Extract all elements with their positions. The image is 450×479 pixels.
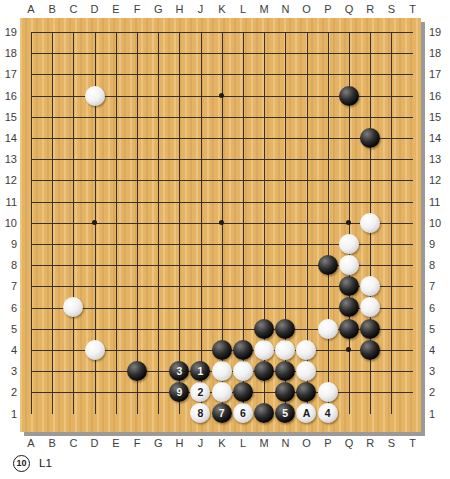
- star-point-D10: [92, 220, 97, 225]
- coord-label: S: [381, 2, 401, 16]
- stone-L4: [233, 340, 253, 360]
- coord-label: 18: [429, 46, 449, 60]
- stone-M1: [254, 403, 274, 423]
- coord-label: T: [403, 436, 423, 450]
- coord-label: F: [127, 2, 147, 16]
- coord-label: D: [85, 2, 105, 16]
- coord-label: 5: [429, 322, 449, 336]
- stone-Q6: [339, 297, 359, 317]
- coord-label: 10: [429, 216, 449, 230]
- stone-N2: [275, 382, 295, 402]
- coord-label: 14: [0, 131, 17, 145]
- coord-label: 5: [0, 322, 17, 336]
- coord-label: R: [360, 436, 380, 450]
- stone-K2: [212, 382, 232, 402]
- coord-label: O: [297, 2, 317, 16]
- coord-label: C: [63, 436, 83, 450]
- coord-label: N: [275, 436, 295, 450]
- stone-M3: [254, 361, 274, 381]
- coord-label: 11: [429, 195, 449, 209]
- stone-O3: [296, 361, 316, 381]
- stone-O4: [296, 340, 316, 360]
- coord-label: 8: [429, 258, 449, 272]
- coord-label: Q: [339, 436, 359, 450]
- coord-label: S: [381, 436, 401, 450]
- coord-label: 19: [429, 25, 449, 39]
- stone-Q9: [339, 234, 359, 254]
- coord-label: 8: [0, 258, 17, 272]
- coord-label: K: [212, 436, 232, 450]
- stone-R5: [360, 319, 380, 339]
- stone-H3: 3: [169, 361, 189, 381]
- coord-label: L: [233, 2, 253, 16]
- coord-label: 1: [0, 407, 17, 421]
- stone-L3: [233, 361, 253, 381]
- coord-label: H: [169, 436, 189, 450]
- coord-label: C: [63, 2, 83, 16]
- star-point-K10: [219, 220, 224, 225]
- coord-label: 4: [429, 343, 449, 357]
- star-point-K16: [219, 93, 224, 98]
- stone-R14: [360, 128, 380, 148]
- stone-P8: [318, 255, 338, 275]
- coord-label: 6: [0, 301, 17, 315]
- move-location-label: L1: [39, 457, 52, 469]
- coord-label: K: [212, 2, 232, 16]
- coord-label: R: [360, 2, 380, 16]
- stone-R10: [360, 213, 380, 233]
- coord-label: 15: [429, 110, 449, 124]
- coord-label: Q: [339, 2, 359, 16]
- coord-label: A: [21, 436, 41, 450]
- coord-label: 19: [0, 25, 17, 39]
- go-kifu-viewer: ABCDEFGHJKLMNOPQRST ABCDEFGHJKLMNOPQRST …: [0, 0, 450, 479]
- stone-D16: [85, 86, 105, 106]
- star-point-Q4: [346, 347, 351, 352]
- coord-label: 12: [0, 173, 17, 187]
- stones-layer: 286A431975: [20, 21, 423, 424]
- coord-label: 2: [429, 385, 449, 399]
- coord-label: G: [148, 2, 168, 16]
- coord-label: 14: [429, 131, 449, 145]
- coord-label: 15: [0, 110, 17, 124]
- coord-label: 11: [0, 195, 17, 209]
- stone-P2: [318, 382, 338, 402]
- coord-label: 3: [429, 364, 449, 378]
- stone-R6: [360, 297, 380, 317]
- coord-label: 2: [0, 385, 17, 399]
- go-board[interactable]: 286A431975: [20, 18, 421, 432]
- coord-label: 3: [0, 364, 17, 378]
- stone-J3: 1: [190, 361, 210, 381]
- coord-label: 9: [429, 237, 449, 251]
- stone-Q7: [339, 276, 359, 296]
- coord-label: 6: [429, 301, 449, 315]
- stone-N1: 5: [275, 403, 295, 423]
- stone-N4: [275, 340, 295, 360]
- star-point-Q10: [346, 220, 351, 225]
- coord-label: 7: [429, 279, 449, 293]
- move-caption: 10 L1: [13, 453, 52, 473]
- stone-M5: [254, 319, 274, 339]
- coord-label: T: [403, 2, 423, 16]
- stone-Q16: [339, 86, 359, 106]
- coord-label: H: [169, 2, 189, 16]
- stone-P5: [318, 319, 338, 339]
- coord-label: 12: [429, 173, 449, 187]
- coord-label: B: [42, 436, 62, 450]
- coord-label: 4: [0, 343, 17, 357]
- stone-R4: [360, 340, 380, 360]
- coord-label: A: [21, 2, 41, 16]
- coord-label: B: [42, 2, 62, 16]
- stone-Q8: [339, 255, 359, 275]
- stone-M4: [254, 340, 274, 360]
- stone-D4: [85, 340, 105, 360]
- coord-label: N: [275, 2, 295, 16]
- coord-label: E: [106, 436, 126, 450]
- stone-R7: [360, 276, 380, 296]
- coord-label: L: [233, 436, 253, 450]
- coord-label: D: [85, 436, 105, 450]
- coord-label: 18: [0, 46, 17, 60]
- coord-label: J: [191, 436, 211, 450]
- coord-label: 13: [429, 152, 449, 166]
- coord-label: P: [318, 2, 338, 16]
- stone-O2: [296, 382, 316, 402]
- stone-N3: [275, 361, 295, 381]
- stone-C6: [63, 297, 83, 317]
- stone-Q5: [339, 319, 359, 339]
- stone-N5: [275, 319, 295, 339]
- coord-label: M: [254, 436, 274, 450]
- stone-K1: 7: [212, 403, 232, 423]
- coord-label: 9: [0, 237, 17, 251]
- stone-O1: A: [296, 403, 316, 423]
- coord-label: 7: [0, 279, 17, 293]
- coord-label: E: [106, 2, 126, 16]
- coord-label: 16: [429, 89, 449, 103]
- stone-L1: 6: [233, 403, 253, 423]
- stone-H2: 9: [169, 382, 189, 402]
- coord-label: 10: [0, 216, 17, 230]
- stone-K3: [212, 361, 232, 381]
- stone-P1: 4: [318, 403, 338, 423]
- coord-label: O: [297, 436, 317, 450]
- stone-J2: 2: [190, 382, 210, 402]
- coord-label: P: [318, 436, 338, 450]
- coord-label: 17: [429, 67, 449, 81]
- stone-K4: [212, 340, 232, 360]
- stone-J1: 8: [190, 403, 210, 423]
- coord-label: 17: [0, 67, 17, 81]
- coord-label: 1: [429, 407, 449, 421]
- coord-label: G: [148, 436, 168, 450]
- stone-F3: [127, 361, 147, 381]
- coord-label: 13: [0, 152, 17, 166]
- stone-L2: [233, 382, 253, 402]
- move-number-badge: 10: [13, 455, 30, 472]
- coord-label: 16: [0, 89, 17, 103]
- coord-label: F: [127, 436, 147, 450]
- coord-label: J: [191, 2, 211, 16]
- coord-label: M: [254, 2, 274, 16]
